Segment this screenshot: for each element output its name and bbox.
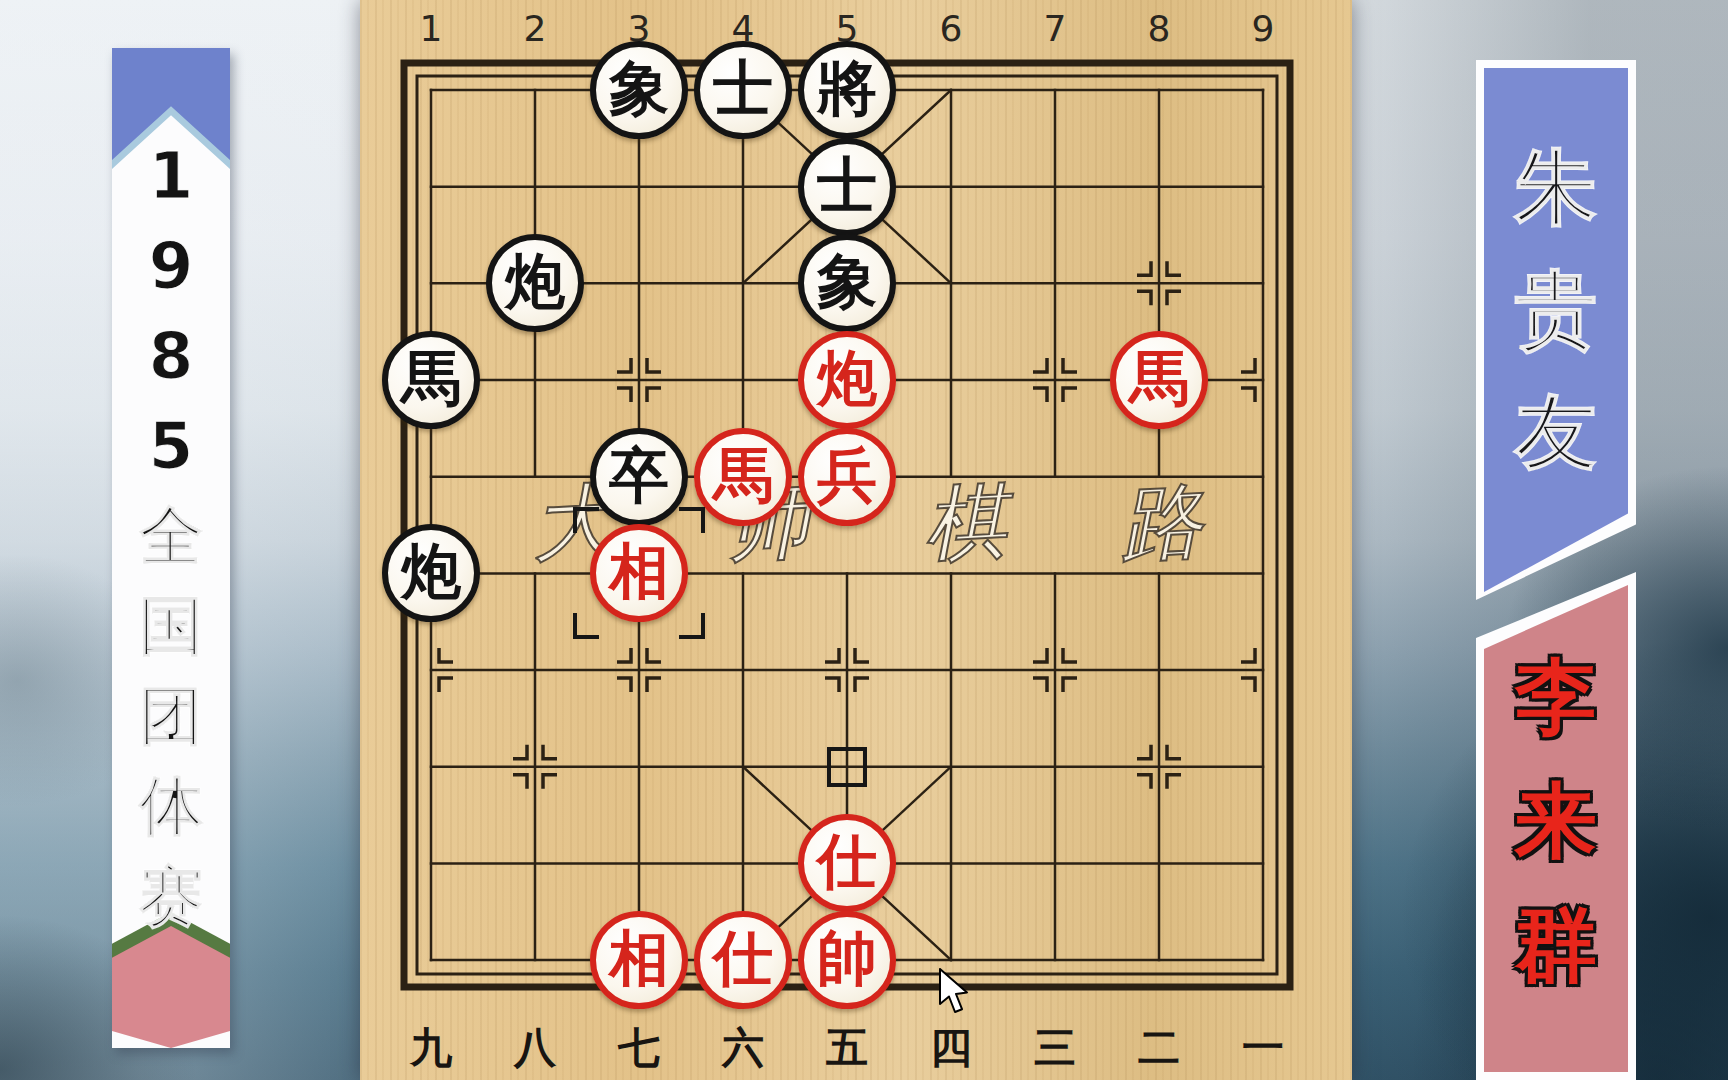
piece-glyph: 象	[609, 58, 669, 118]
rank-label-bottom-4: 六	[722, 1020, 764, 1076]
piece-glyph: 馬	[401, 348, 461, 408]
file-label-top-7: 7	[1044, 8, 1067, 49]
piece-glyph: 炮	[817, 348, 877, 408]
banner-char: 来	[1515, 780, 1597, 862]
banner-char: 国	[139, 594, 203, 658]
player-banner-top: 朱贵友	[1476, 60, 1636, 600]
screenshot-root: 123456789 大师棋路 象士將士炮象馬炮馬卒馬兵炮相仕相仕帥 九八七六五四…	[0, 0, 1728, 1080]
rank-label-bottom-2: 八	[514, 1020, 556, 1076]
event-banner: 1985全国团体赛	[112, 48, 230, 1048]
banner-char: 友	[1515, 391, 1597, 473]
piece-black-馬[interactable]: 馬	[382, 331, 480, 429]
piece-black-士[interactable]: 士	[694, 41, 792, 139]
banner-char: 9	[149, 234, 194, 298]
mouse-cursor-icon	[938, 968, 970, 1016]
rank-label-bottom-5: 五	[826, 1020, 868, 1076]
piece-glyph: 帥	[817, 928, 877, 988]
piece-black-象[interactable]: 象	[798, 234, 896, 332]
player-name-top: 朱贵友	[1476, 147, 1636, 473]
rank-label-bottom-3: 七	[618, 1020, 660, 1076]
file-label-top-6: 6	[940, 8, 963, 49]
piece-red-馬[interactable]: 馬	[694, 428, 792, 526]
piece-glyph: 仕	[817, 831, 877, 891]
river-watermark-char: 路	[1117, 467, 1205, 581]
piece-glyph: 兵	[817, 445, 877, 505]
bracket-corner	[679, 507, 705, 533]
piece-glyph: 馬	[1129, 348, 1189, 408]
event-banner-text: 1985全国团体赛	[112, 144, 230, 928]
piece-black-將[interactable]: 將	[798, 41, 896, 139]
file-label-top-2: 2	[524, 8, 547, 49]
bracket-corner	[573, 507, 599, 533]
banner-char: 群	[1515, 904, 1597, 986]
piece-black-士[interactable]: 士	[798, 138, 896, 236]
banner-char: 李	[1515, 656, 1597, 738]
rank-label-bottom-7: 三	[1034, 1020, 1076, 1076]
rank-label-bottom-8: 二	[1138, 1020, 1180, 1076]
piece-black-炮[interactable]: 炮	[382, 524, 480, 622]
move-origin-marker	[827, 747, 867, 787]
river-watermark-char: 棋	[921, 467, 1009, 581]
banner-char: 贵	[1515, 269, 1597, 351]
piece-glyph: 士	[817, 155, 877, 215]
rank-label-bottom-1: 九	[410, 1020, 452, 1076]
file-label-top-9: 9	[1252, 8, 1275, 49]
xiangqi-board[interactable]: 123456789 大师棋路 象士將士炮象馬炮馬卒馬兵炮相仕相仕帥 九八七六五四…	[360, 0, 1352, 1080]
piece-red-炮[interactable]: 炮	[798, 331, 896, 429]
rank-label-bottom-6: 四	[930, 1020, 972, 1076]
piece-glyph: 相	[609, 928, 669, 988]
file-label-top-8: 8	[1148, 8, 1171, 49]
piece-red-仕[interactable]: 仕	[798, 814, 896, 912]
piece-glyph: 卒	[609, 445, 669, 505]
move-destination-marker	[573, 507, 705, 639]
player-name-bottom: 李来群	[1476, 656, 1636, 986]
banner-char: 朱	[1515, 147, 1597, 229]
banner-char: 团	[139, 684, 203, 748]
bracket-corner	[679, 613, 705, 639]
banner-char: 全	[139, 504, 203, 568]
banner-char: 赛	[139, 864, 203, 928]
piece-red-相[interactable]: 相	[590, 911, 688, 1009]
piece-glyph: 炮	[401, 541, 461, 601]
piece-glyph: 馬	[713, 445, 773, 505]
banner-char: 1	[149, 144, 194, 208]
bracket-corner	[573, 613, 599, 639]
piece-black-象[interactable]: 象	[590, 41, 688, 139]
banner-char: 体	[139, 774, 203, 838]
piece-glyph: 炮	[505, 251, 565, 311]
piece-glyph: 象	[817, 251, 877, 311]
piece-glyph: 將	[817, 58, 877, 118]
file-label-top-1: 1	[420, 8, 443, 49]
piece-red-兵[interactable]: 兵	[798, 428, 896, 526]
banner-char: 8	[149, 324, 194, 388]
piece-red-帥[interactable]: 帥	[798, 911, 896, 1009]
piece-glyph: 士	[713, 58, 773, 118]
piece-glyph: 仕	[713, 928, 773, 988]
piece-red-馬[interactable]: 馬	[1110, 331, 1208, 429]
piece-red-仕[interactable]: 仕	[694, 911, 792, 1009]
banner-char: 5	[149, 414, 194, 478]
piece-black-炮[interactable]: 炮	[486, 234, 584, 332]
player-banner-bottom: 李来群	[1476, 572, 1636, 1080]
rank-label-bottom-9: 一	[1242, 1020, 1284, 1076]
